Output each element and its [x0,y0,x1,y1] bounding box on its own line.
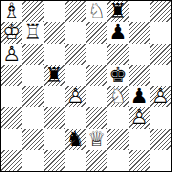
square-b3[interactable] [22,107,43,128]
square-g8[interactable] [129,1,150,22]
square-d7[interactable] [65,22,86,43]
square-e8[interactable]: ♞♘ [86,1,107,22]
square-b7[interactable]: ♜♖ [22,22,43,43]
square-c1[interactable] [44,150,65,171]
square-a2[interactable] [1,129,22,150]
white-bishop-icon: ♝♗ [1,1,22,22]
black-pawn-icon: ♟ [107,22,128,43]
square-g7[interactable] [129,22,150,43]
square-d5[interactable] [65,65,86,86]
square-d3[interactable] [65,107,86,128]
square-e4[interactable] [86,86,107,107]
square-d6[interactable] [65,44,86,65]
black-pawn-icon: ♟ [129,86,150,107]
square-f3[interactable] [107,107,128,128]
square-h5[interactable] [150,65,171,86]
square-d1[interactable] [65,150,86,171]
square-a5[interactable] [1,65,22,86]
black-rook-icon: ♜ [44,65,65,86]
square-e1[interactable] [86,150,107,171]
square-e3[interactable] [86,107,107,128]
square-h6[interactable] [150,44,171,65]
square-g6[interactable] [129,44,150,65]
black-rook-icon: ♜ [107,1,128,22]
black-knight-icon: ♞ [65,129,86,150]
square-g4[interactable]: ♟ [129,86,150,107]
square-c2[interactable] [44,129,65,150]
white-knight-icon: ♞♘ [86,1,107,22]
black-king-icon: ♚ [107,65,128,86]
square-a1[interactable] [1,150,22,171]
square-f5[interactable]: ♚ [107,65,128,86]
square-a4[interactable] [1,86,22,107]
white-rook-icon: ♜♖ [22,22,43,43]
square-f2[interactable] [107,129,128,150]
square-c4[interactable] [44,86,65,107]
square-b5[interactable] [22,65,43,86]
square-h1[interactable] [150,150,171,171]
square-g5[interactable] [129,65,150,86]
square-d2[interactable]: ♞ [65,129,86,150]
square-a6[interactable]: ♟♙ [1,44,22,65]
square-c6[interactable] [44,44,65,65]
square-g1[interactable] [129,150,150,171]
square-b8[interactable] [22,1,43,22]
square-b1[interactable] [22,150,43,171]
white-pawn-icon: ♟♙ [129,107,150,128]
white-pawn-icon: ♟♙ [150,86,171,107]
white-king-icon: ♚♔ [1,22,22,43]
square-h7[interactable] [150,22,171,43]
chess-board: ♝♗♞♘♜♚♔♜♖♟♟♙♜♚♟♙♞♘♟♟♙♟♙♞♛♕ [0,0,172,172]
square-f1[interactable] [107,150,128,171]
square-d8[interactable] [65,1,86,22]
square-a7[interactable]: ♚♔ [1,22,22,43]
square-c3[interactable] [44,107,65,128]
square-e2[interactable]: ♛♕ [86,129,107,150]
square-h4[interactable]: ♟♙ [150,86,171,107]
square-b6[interactable] [22,44,43,65]
square-g3[interactable]: ♟♙ [129,107,150,128]
square-d4[interactable]: ♟♙ [65,86,86,107]
square-f6[interactable] [107,44,128,65]
square-a8[interactable]: ♝♗ [1,1,22,22]
white-pawn-icon: ♟♙ [65,86,86,107]
square-e6[interactable] [86,44,107,65]
square-a3[interactable] [1,107,22,128]
square-c5[interactable]: ♜ [44,65,65,86]
white-queen-icon: ♛♕ [86,129,107,150]
square-g2[interactable] [129,129,150,150]
square-c8[interactable] [44,1,65,22]
square-e5[interactable] [86,65,107,86]
square-f4[interactable]: ♞♘ [107,86,128,107]
white-knight-icon: ♞♘ [107,86,128,107]
square-e7[interactable] [86,22,107,43]
white-pawn-icon: ♟♙ [1,44,22,65]
square-h8[interactable] [150,1,171,22]
square-h2[interactable] [150,129,171,150]
square-f7[interactable]: ♟ [107,22,128,43]
square-c7[interactable] [44,22,65,43]
square-f8[interactable]: ♜ [107,1,128,22]
square-b4[interactable] [22,86,43,107]
square-b2[interactable] [22,129,43,150]
square-h3[interactable] [150,107,171,128]
